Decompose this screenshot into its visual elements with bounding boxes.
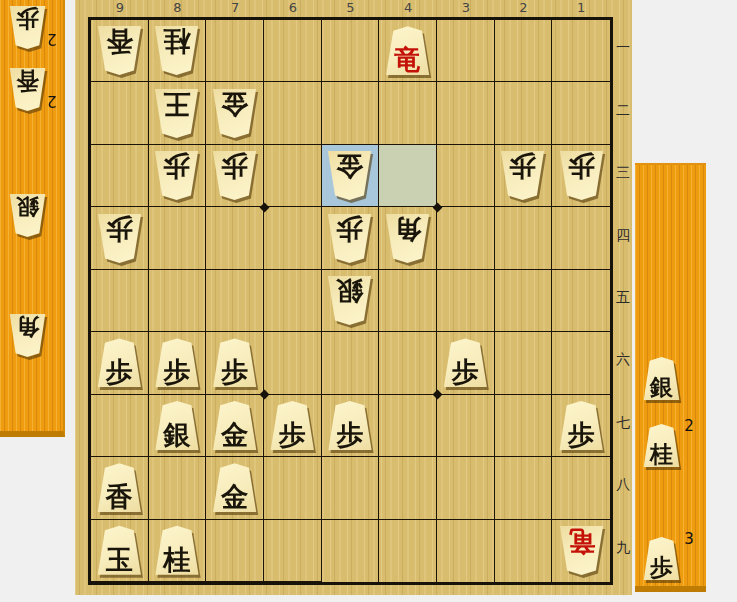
piece-kanji: 桂 [154, 26, 199, 75]
square-83[interactable]: 歩 [149, 145, 207, 207]
piece-kanji: 玉 [97, 526, 142, 575]
piece-kanji: 角 [9, 314, 46, 357]
square-68[interactable] [264, 457, 322, 519]
square-85[interactable] [149, 270, 207, 332]
hand-piece[interactable]: 香 [9, 68, 46, 111]
rank-label-5: 五 [613, 267, 633, 329]
square-34[interactable] [437, 207, 495, 269]
piece-89-sente[interactable]: 桂 [154, 526, 199, 575]
hand-gote-3[interactable]: 銀 [9, 194, 46, 237]
square-49[interactable] [379, 520, 437, 582]
rank-label-6: 六 [613, 329, 633, 391]
square-35[interactable] [437, 270, 495, 332]
hand-count: 2 [681, 417, 697, 435]
square-74[interactable] [206, 207, 264, 269]
square-66[interactable] [264, 332, 322, 394]
square-43[interactable] [379, 145, 437, 207]
piece-91-gote[interactable]: 香 [97, 26, 142, 75]
hand-piece[interactable]: 角 [9, 314, 46, 357]
piece-kanji: 桂 [154, 526, 199, 575]
file-label-5: 5 [322, 0, 380, 16]
piece-23-gote[interactable]: 歩 [500, 151, 545, 200]
piece-44-gote[interactable]: 角 [385, 214, 430, 263]
piece-kanji: 金 [212, 463, 257, 512]
square-81[interactable]: 桂 [149, 20, 207, 82]
rank-label-4: 四 [613, 204, 633, 266]
square-67[interactable]: 歩 [264, 395, 322, 457]
square-45[interactable] [379, 270, 437, 332]
piece-81-gote[interactable]: 桂 [154, 26, 199, 75]
piece-kanji: 金 [212, 401, 257, 450]
square-77[interactable]: 金 [206, 395, 264, 457]
piece-77-sente[interactable]: 金 [212, 401, 257, 450]
piece-53-gote[interactable]: 金 [327, 151, 372, 200]
file-label-1: 1 [552, 0, 610, 16]
piece-19-gote-promoted[interactable]: 竜 [559, 526, 604, 575]
hand-count: 2 [44, 30, 60, 48]
square-84[interactable] [149, 207, 207, 269]
square-96[interactable]: 歩 [91, 332, 149, 394]
square-17[interactable]: 歩 [552, 395, 610, 457]
hand-gote-2[interactable]: 香 [9, 68, 46, 111]
piece-kanji: 歩 [443, 338, 488, 387]
square-11[interactable] [552, 20, 610, 82]
piece-kanji: 歩 [212, 338, 257, 387]
piece-kanji: 歩 [212, 151, 257, 200]
hand-piece[interactable]: 銀 [9, 194, 46, 237]
square-21[interactable] [495, 20, 553, 82]
rank-label-8: 八 [613, 454, 633, 516]
piece-67-sente[interactable]: 歩 [270, 401, 315, 450]
square-59[interactable] [322, 520, 380, 582]
square-39[interactable] [437, 520, 495, 582]
square-32[interactable] [437, 82, 495, 144]
piece-76-sente[interactable]: 歩 [212, 338, 257, 387]
rank-label-1: 一 [613, 17, 633, 79]
hand-sente-3[interactable]: 歩 [643, 537, 680, 580]
piece-kanji: 歩 [154, 151, 199, 200]
piece-kanji: 歩 [9, 6, 46, 49]
square-37[interactable] [437, 395, 495, 457]
square-51[interactable] [322, 20, 380, 82]
piece-kanji: 歩 [643, 537, 680, 580]
square-71[interactable] [206, 20, 264, 82]
square-48[interactable] [379, 457, 437, 519]
piece-36-sente[interactable]: 歩 [443, 338, 488, 387]
hand-gote-1[interactable]: 歩 [9, 6, 46, 49]
piece-kanji: 香 [97, 463, 142, 512]
hand-count: 2 [44, 92, 60, 110]
file-label-6: 6 [264, 0, 322, 16]
piece-13-gote[interactable]: 歩 [559, 151, 604, 200]
square-79[interactable] [206, 520, 264, 582]
hand-piece[interactable]: 歩 [9, 6, 46, 49]
square-47[interactable] [379, 395, 437, 457]
square-88[interactable] [149, 457, 207, 519]
square-82[interactable]: 王 [149, 82, 207, 144]
piece-kanji: 歩 [97, 338, 142, 387]
square-38[interactable] [437, 457, 495, 519]
square-78[interactable]: 金 [206, 457, 264, 519]
piece-kanji: 銀 [327, 276, 372, 325]
square-73[interactable]: 歩 [206, 145, 264, 207]
square-62[interactable] [264, 82, 322, 144]
file-label-7: 7 [206, 0, 264, 16]
piece-kanji: 金 [327, 151, 372, 200]
square-69[interactable] [264, 520, 322, 582]
rank-label-9: 九 [613, 517, 633, 579]
piece-kanji: 金 [212, 89, 257, 138]
square-46[interactable] [379, 332, 437, 394]
piece-55-gote[interactable]: 銀 [327, 276, 372, 325]
piece-kanji: 香 [9, 68, 46, 111]
piece-73-gote[interactable]: 歩 [212, 151, 257, 200]
square-19[interactable]: 竜 [552, 520, 610, 582]
file-label-3: 3 [437, 0, 495, 16]
piece-kanji: 歩 [327, 401, 372, 450]
square-28[interactable] [495, 457, 553, 519]
square-98[interactable]: 香 [91, 457, 149, 519]
piece-kanji: 銀 [9, 194, 46, 237]
square-95[interactable] [91, 270, 149, 332]
square-65[interactable] [264, 270, 322, 332]
square-26[interactable] [495, 332, 553, 394]
hand-gote-4[interactable]: 角 [9, 314, 46, 357]
piece-41-sente-promoted[interactable]: 竜 [385, 26, 430, 75]
square-52[interactable] [322, 82, 380, 144]
gote-hand-tray: 歩2香2銀角 [0, 0, 65, 437]
piece-83-gote[interactable]: 歩 [154, 151, 199, 200]
piece-kanji: 竜 [385, 26, 430, 75]
square-56[interactable] [322, 332, 380, 394]
piece-78-sente[interactable]: 金 [212, 463, 257, 512]
piece-99-sente[interactable]: 玉 [97, 526, 142, 575]
piece-kanji: 歩 [559, 401, 604, 450]
piece-98-sente[interactable]: 香 [97, 463, 142, 512]
piece-kanji: 歩 [500, 151, 545, 200]
hand-piece[interactable]: 銀 [643, 357, 680, 400]
square-91[interactable]: 香 [91, 20, 149, 82]
square-87[interactable]: 銀 [149, 395, 207, 457]
square-93[interactable] [91, 145, 149, 207]
square-27[interactable] [495, 395, 553, 457]
square-12[interactable] [552, 82, 610, 144]
square-42[interactable] [379, 82, 437, 144]
square-15[interactable] [552, 270, 610, 332]
square-64[interactable] [264, 207, 322, 269]
shogi-app: 987654321 一二三四五六七八九 香桂竜王金歩歩金歩歩歩歩角銀歩歩歩歩銀金… [0, 0, 737, 602]
square-86[interactable]: 歩 [149, 332, 207, 394]
square-14[interactable] [552, 207, 610, 269]
piece-94-gote[interactable]: 歩 [97, 214, 142, 263]
square-41[interactable]: 竜 [379, 20, 437, 82]
piece-87-sente[interactable]: 銀 [154, 401, 199, 450]
file-label-4: 4 [379, 0, 437, 16]
rank-label-2: 二 [613, 79, 633, 141]
square-58[interactable] [322, 457, 380, 519]
piece-kanji: 歩 [154, 338, 199, 387]
square-53[interactable]: 金 [322, 145, 380, 207]
shogi-board: 香桂竜王金歩歩金歩歩歩歩角銀歩歩歩歩銀金歩歩歩香金玉桂竜 [88, 17, 613, 585]
square-22[interactable] [495, 82, 553, 144]
piece-kanji: 桂 [643, 424, 680, 467]
piece-kanji: 銀 [643, 357, 680, 400]
square-55[interactable]: 銀 [322, 270, 380, 332]
piece-17-sente[interactable]: 歩 [559, 401, 604, 450]
square-72[interactable]: 金 [206, 82, 264, 144]
file-label-8: 8 [149, 0, 207, 16]
square-25[interactable] [495, 270, 553, 332]
square-18[interactable] [552, 457, 610, 519]
square-76[interactable]: 歩 [206, 332, 264, 394]
piece-72-gote[interactable]: 金 [212, 89, 257, 138]
square-13[interactable]: 歩 [552, 145, 610, 207]
square-63[interactable] [264, 145, 322, 207]
hand-sente-1[interactable]: 銀 [643, 357, 680, 400]
square-61[interactable] [264, 20, 322, 82]
square-24[interactable] [495, 207, 553, 269]
square-97[interactable] [91, 395, 149, 457]
file-label-2: 2 [495, 0, 553, 16]
square-23[interactable]: 歩 [495, 145, 553, 207]
sente-hand-tray: 銀桂2歩3 [635, 163, 706, 592]
piece-kanji: 歩 [270, 401, 315, 450]
piece-kanji: 歩 [559, 151, 604, 200]
hand-piece[interactable]: 桂 [643, 424, 680, 467]
hand-count: 3 [681, 530, 697, 548]
board-area: 987654321 一二三四五六七八九 香桂竜王金歩歩金歩歩歩歩角銀歩歩歩歩銀金… [75, 0, 632, 595]
hand-sente-2[interactable]: 桂 [643, 424, 680, 467]
square-54[interactable]: 歩 [322, 207, 380, 269]
piece-kanji: 歩 [327, 214, 372, 263]
piece-kanji: 銀 [154, 401, 199, 450]
piece-kanji: 歩 [97, 214, 142, 263]
piece-82-gote[interactable]: 王 [154, 89, 199, 138]
square-16[interactable] [552, 332, 610, 394]
square-89[interactable]: 桂 [149, 520, 207, 582]
piece-kanji: 香 [97, 26, 142, 75]
piece-57-sente[interactable]: 歩 [327, 401, 372, 450]
piece-kanji: 竜 [559, 526, 604, 575]
square-99[interactable]: 玉 [91, 520, 149, 582]
rank-label-7: 七 [613, 392, 633, 454]
square-75[interactable] [206, 270, 264, 332]
square-29[interactable] [495, 520, 553, 582]
rank-label-3: 三 [613, 142, 633, 204]
square-57[interactable]: 歩 [322, 395, 380, 457]
piece-kanji: 角 [385, 214, 430, 263]
square-36[interactable]: 歩 [437, 332, 495, 394]
piece-54-gote[interactable]: 歩 [327, 214, 372, 263]
square-31[interactable] [437, 20, 495, 82]
square-33[interactable] [437, 145, 495, 207]
square-92[interactable] [91, 82, 149, 144]
hand-piece[interactable]: 歩 [643, 537, 680, 580]
square-94[interactable]: 歩 [91, 207, 149, 269]
piece-96-sente[interactable]: 歩 [97, 338, 142, 387]
piece-86-sente[interactable]: 歩 [154, 338, 199, 387]
piece-kanji: 王 [154, 89, 199, 138]
square-44[interactable]: 角 [379, 207, 437, 269]
file-label-9: 9 [91, 0, 149, 16]
